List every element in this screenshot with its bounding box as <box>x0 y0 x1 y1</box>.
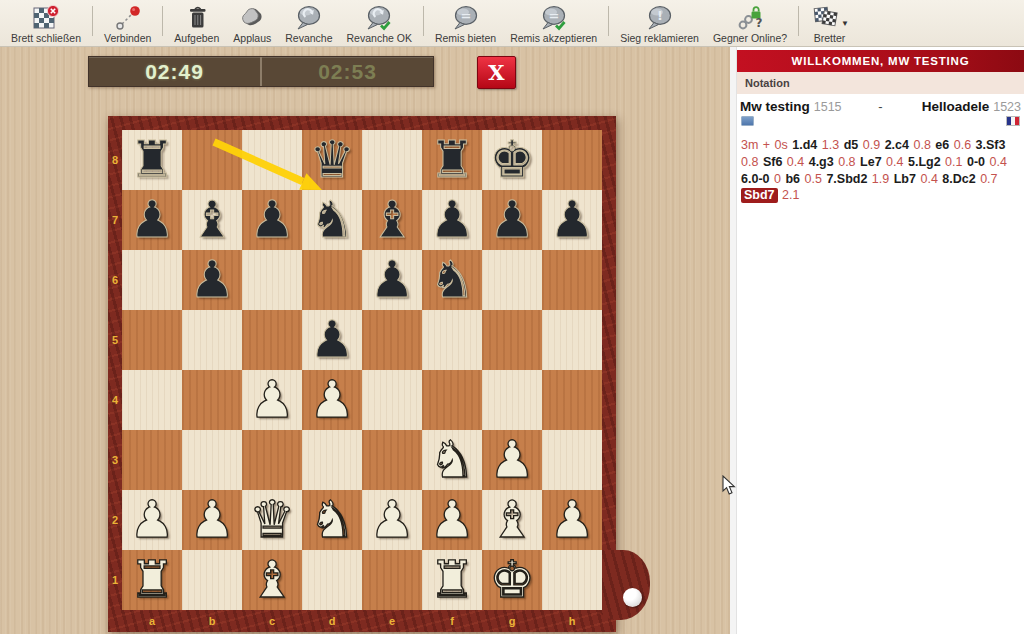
toolbar-button-applaus[interactable]: Applaus <box>226 2 278 45</box>
piece-black-knight-f6[interactable]: ♞ <box>429 250 475 310</box>
square-g8[interactable]: ♚ <box>482 130 542 190</box>
square-c6[interactable] <box>242 250 302 310</box>
toolbar-button-aufgeben[interactable]: Aufgeben <box>167 2 226 45</box>
blue-flag-icon <box>741 116 754 126</box>
toolbar-button-brett-schliessen[interactable]: Brett schließen <box>4 2 88 45</box>
square-g3[interactable]: ♟ <box>482 430 542 490</box>
move-token[interactable]: 0-0 <box>967 155 985 169</box>
square-h3[interactable] <box>542 430 602 490</box>
piece-black-rook-a8[interactable]: ♜ <box>129 130 175 190</box>
piece-white-pawn-e2[interactable]: ♟ <box>369 490 415 550</box>
square-h1[interactable] <box>542 550 602 610</box>
black-clock: 02:53 <box>262 57 433 86</box>
move-token[interactable]: e6 <box>935 138 949 152</box>
move-token[interactable]: 3.Sf3 <box>976 138 1006 152</box>
square-f8[interactable]: ♜ <box>422 130 482 190</box>
square-g7[interactable]: ♟ <box>482 190 542 250</box>
square-g1[interactable]: ♚ <box>482 550 542 610</box>
toolbar-button-label: Applaus <box>233 32 271 44</box>
board-resize-handle[interactable] <box>623 588 642 607</box>
piece-white-king-g1[interactable]: ♚ <box>489 550 535 610</box>
notation-panel: WILLKOMMEN, MW TESTING Notation - Mw tes… <box>737 47 1024 634</box>
file-label-f: f <box>422 610 482 632</box>
move-token[interactable]: 6.0-0 <box>741 172 770 186</box>
square-f2[interactable]: ♟ <box>422 490 482 550</box>
rank-label-3: 3 <box>108 430 122 490</box>
move-time: 2.1 <box>782 188 799 202</box>
toolbar-button-label: Remis bieten <box>435 32 496 44</box>
toolbar: Brett schließen Verbinden Aufgeben Appla… <box>0 0 1024 47</box>
file-label-c: c <box>242 610 302 632</box>
toolbar-button-label: Gegner Online? <box>713 32 787 44</box>
piece-black-pawn-g7[interactable]: ♟ <box>489 190 535 250</box>
piece-white-pawn-g3[interactable]: ♟ <box>489 430 535 490</box>
board-squares: ♜♛♜♚♟♝♟♞♝♟♟♟♟♟♞♟♟♟♞♟♟♟♛♞♟♟♝♟♜♝♜♚ <box>122 130 602 610</box>
toolbar-button-remis-bieten[interactable]: =Remis bieten <box>428 2 503 45</box>
bretter-icon: ▼ <box>810 3 849 32</box>
rank-label-2: 2 <box>108 490 122 550</box>
current-move[interactable]: Sbd7 <box>741 188 778 203</box>
white-clock: 02:49 <box>89 57 260 86</box>
square-h2[interactable]: ♟ <box>542 490 602 550</box>
toolbar-button-label: Verbinden <box>104 32 151 44</box>
piece-black-pawn-f7[interactable]: ♟ <box>429 190 475 250</box>
square-c3[interactable] <box>242 430 302 490</box>
square-h5[interactable] <box>542 310 602 370</box>
piece-white-knight-d2[interactable]: ♞ <box>309 490 355 550</box>
piece-white-pawn-b2[interactable]: ♟ <box>189 490 235 550</box>
move-time: 0.4 <box>787 155 804 169</box>
piece-black-queen-d8[interactable]: ♛ <box>309 130 355 190</box>
move-token[interactable]: Le7 <box>860 155 882 169</box>
square-d3[interactable] <box>302 430 362 490</box>
square-b3[interactable] <box>182 430 242 490</box>
move-time: 0.4 <box>886 155 903 169</box>
sieg-reklamieren-icon: ! <box>645 3 675 32</box>
gegner-online-icon: ? <box>735 3 765 32</box>
move-time: 0.6 <box>954 138 971 152</box>
move-time: 0 <box>774 172 781 186</box>
toolbar-button-revanche-ok[interactable]: Revanche OK <box>340 2 419 45</box>
square-a8[interactable]: ♜ <box>122 130 182 190</box>
toolbar-button-remis-akzeptieren[interactable]: =Remis akzeptieren <box>503 2 604 45</box>
toolbar-separator <box>92 6 93 36</box>
square-e6[interactable]: ♟ <box>362 250 422 310</box>
square-b8[interactable] <box>182 130 242 190</box>
square-h7[interactable]: ♟ <box>542 190 602 250</box>
square-g4[interactable] <box>482 370 542 430</box>
piece-black-pawn-d5[interactable]: ♟ <box>309 310 355 370</box>
move-time: 0.4 <box>990 155 1007 169</box>
square-c4[interactable]: ♟ <box>242 370 302 430</box>
piece-black-pawn-b6[interactable]: ♟ <box>189 250 235 310</box>
file-label-h: h <box>542 610 602 632</box>
square-h4[interactable] <box>542 370 602 430</box>
move-list: 3m + 0s 1.d4 1.3 d5 0.9 2.c4 0.8 e6 0.6 … <box>737 128 1024 204</box>
square-f5[interactable] <box>422 310 482 370</box>
move-token[interactable]: 5.Lg2 <box>908 155 941 169</box>
toolbar-button-label: Aufgeben <box>174 32 219 44</box>
move-time: 1.9 <box>872 172 889 186</box>
piece-white-pawn-h2[interactable]: ♟ <box>549 490 595 550</box>
svg-text:?: ? <box>756 16 763 30</box>
piece-black-pawn-h7[interactable]: ♟ <box>549 190 595 250</box>
move-time: 1.3 <box>822 138 839 152</box>
square-h6[interactable] <box>542 250 602 310</box>
file-labels: abcdefgh <box>122 610 602 632</box>
square-a6[interactable] <box>122 250 182 310</box>
square-b2[interactable]: ♟ <box>182 490 242 550</box>
chess-board: 87654321 abcdefgh ♜♛♜♚♟♝♟♞♝♟♟♟♟♟♞♟♟♟♞♟♟♟… <box>108 116 616 632</box>
application-window: Brett schließen Verbinden Aufgeben Appla… <box>0 0 1024 634</box>
square-a2[interactable]: ♟ <box>122 490 182 550</box>
tab-notation[interactable]: Notation <box>737 72 1024 95</box>
piece-black-bishop-e7[interactable]: ♝ <box>369 190 415 250</box>
square-d5[interactable]: ♟ <box>302 310 362 370</box>
time-control: 3m + 0s <box>741 138 788 152</box>
rank-label-8: 8 <box>108 130 122 190</box>
piece-black-rook-f8[interactable]: ♜ <box>429 130 475 190</box>
move-token[interactable]: d5 <box>844 138 859 152</box>
square-c2[interactable]: ♛ <box>242 490 302 550</box>
close-board-button[interactable]: X <box>477 56 516 89</box>
aufgeben-icon <box>182 3 212 32</box>
piece-white-bishop-g2[interactable]: ♝ <box>489 490 535 550</box>
rank-label-6: 6 <box>108 250 122 310</box>
square-e4[interactable] <box>362 370 422 430</box>
revanche-icon <box>294 3 324 32</box>
move-token[interactable]: Lb7 <box>894 172 916 186</box>
piece-white-queen-c2[interactable]: ♛ <box>249 490 295 550</box>
piece-white-pawn-a2[interactable]: ♟ <box>129 490 175 550</box>
square-a7[interactable]: ♟ <box>122 190 182 250</box>
brett-schliessen-icon <box>31 3 61 32</box>
file-label-a: a <box>122 610 182 632</box>
toolbar-button-label: Brett schließen <box>11 32 81 44</box>
piece-black-pawn-c7[interactable]: ♟ <box>249 190 295 250</box>
square-c1[interactable]: ♝ <box>242 550 302 610</box>
rank-label-1: 1 <box>108 550 122 610</box>
square-a3[interactable] <box>122 430 182 490</box>
toolbar-button-sieg-reklamieren[interactable]: !Sieg reklamieren <box>613 2 706 45</box>
square-b4[interactable] <box>182 370 242 430</box>
move-token[interactable]: 7.Sbd2 <box>826 172 867 186</box>
move-time: 0.4 <box>920 172 937 186</box>
toolbar-button-label: Bretter <box>814 32 846 44</box>
square-f1[interactable]: ♜ <box>422 550 482 610</box>
move-time: 0.8 <box>741 155 758 169</box>
france-flag-icon <box>1006 116 1020 126</box>
square-c7[interactable]: ♟ <box>242 190 302 250</box>
toolbar-separator <box>162 6 163 36</box>
piece-black-pawn-e6[interactable]: ♟ <box>369 250 415 310</box>
toolbar-button-verbinden[interactable]: Verbinden <box>97 2 158 45</box>
remis-akzeptieren-icon: = <box>539 3 569 32</box>
revanche-ok-icon <box>364 3 394 32</box>
move-token[interactable]: b6 <box>785 172 800 186</box>
move-time: 0.8 <box>838 155 855 169</box>
remis-bieten-icon: = <box>451 3 481 32</box>
square-b6[interactable]: ♟ <box>182 250 242 310</box>
rank-label-5: 5 <box>108 310 122 370</box>
square-a5[interactable] <box>122 310 182 370</box>
game-area-background: 02:49 02:53 X 87654321 abcdefgh ♜♛♜♚♟♝♟♞… <box>0 47 730 634</box>
rank-label-4: 4 <box>108 370 122 430</box>
square-b7[interactable]: ♝ <box>182 190 242 250</box>
square-e3[interactable] <box>362 430 422 490</box>
piece-black-knight-d7[interactable]: ♞ <box>309 190 355 250</box>
piece-black-pawn-a7[interactable]: ♟ <box>129 190 175 250</box>
square-c8[interactable] <box>242 130 302 190</box>
square-e7[interactable]: ♝ <box>362 190 422 250</box>
file-label-g: g <box>482 610 542 632</box>
move-time: 0.7 <box>980 172 997 186</box>
move-token[interactable]: 1.d4 <box>792 138 817 152</box>
square-a1[interactable]: ♜ <box>122 550 182 610</box>
square-f4[interactable] <box>422 370 482 430</box>
square-c5[interactable] <box>242 310 302 370</box>
piece-white-pawn-d4[interactable]: ♟ <box>309 370 355 430</box>
square-e1[interactable] <box>362 550 422 610</box>
toolbar-separator <box>423 6 424 36</box>
clock-bar: 02:49 02:53 <box>88 56 434 87</box>
svg-text:=: = <box>548 8 559 23</box>
file-label-e: e <box>362 610 422 632</box>
square-f3[interactable]: ♞ <box>422 430 482 490</box>
square-g2[interactable]: ♝ <box>482 490 542 550</box>
square-a4[interactable] <box>122 370 182 430</box>
square-b5[interactable] <box>182 310 242 370</box>
panel-divider <box>730 47 737 634</box>
toolbar-button-label: Sieg reklamieren <box>620 32 699 44</box>
toolbar-button-gegner-online[interactable]: ?Gegner Online? <box>706 2 794 45</box>
square-f6[interactable]: ♞ <box>422 250 482 310</box>
toolbar-separator <box>798 6 799 36</box>
square-d6[interactable] <box>302 250 362 310</box>
toolbar-separator <box>608 6 609 36</box>
piece-white-rook-f1[interactable]: ♜ <box>429 550 475 610</box>
applaus-icon <box>237 3 267 32</box>
square-d8[interactable]: ♛ <box>302 130 362 190</box>
svg-text:!: ! <box>657 8 663 23</box>
piece-white-pawn-f2[interactable]: ♟ <box>429 490 475 550</box>
toolbar-button-label: Revanche <box>285 32 332 44</box>
piece-white-rook-a1[interactable]: ♜ <box>129 550 175 610</box>
welcome-header: WILLKOMMEN, MW TESTING <box>737 50 1024 72</box>
move-time: 0.1 <box>945 155 962 169</box>
piece-black-bishop-b7[interactable]: ♝ <box>189 190 235 250</box>
toolbar-button-bretter[interactable]: ▼Bretter <box>803 2 856 45</box>
square-e8[interactable] <box>362 130 422 190</box>
toolbar-button-label: Remis akzeptieren <box>510 32 597 44</box>
rank-label-7: 7 <box>108 190 122 250</box>
toolbar-button-revanche[interactable]: Revanche <box>278 2 339 45</box>
verbinden-icon <box>113 3 143 32</box>
square-g6[interactable] <box>482 250 542 310</box>
square-h8[interactable] <box>542 130 602 190</box>
toolbar-button-label: Revanche OK <box>347 32 412 44</box>
players-row: - Mw testing1515 Helloadele1523 <box>737 95 1024 128</box>
move-token[interactable]: Sf6 <box>763 155 782 169</box>
move-time: 0.9 <box>863 138 880 152</box>
piece-white-knight-f3[interactable]: ♞ <box>429 430 475 490</box>
square-d7[interactable]: ♞ <box>302 190 362 250</box>
square-f7[interactable]: ♟ <box>422 190 482 250</box>
piece-white-bishop-c1[interactable]: ♝ <box>249 550 295 610</box>
move-token[interactable]: 4.g3 <box>809 155 834 169</box>
square-e5[interactable] <box>362 310 422 370</box>
move-time: 0.8 <box>913 138 930 152</box>
square-b1[interactable] <box>182 550 242 610</box>
rank-labels: 87654321 <box>108 130 122 610</box>
piece-black-king-g8[interactable]: ♚ <box>489 130 535 190</box>
piece-white-pawn-c4[interactable]: ♟ <box>249 370 295 430</box>
file-label-d: d <box>302 610 362 632</box>
square-g5[interactable] <box>482 310 542 370</box>
square-d1[interactable] <box>302 550 362 610</box>
square-d2[interactable]: ♞ <box>302 490 362 550</box>
chevron-down-icon: ▼ <box>841 19 849 28</box>
players-separator: - <box>737 99 1024 114</box>
svg-text:=: = <box>460 8 471 23</box>
move-time: 0.5 <box>805 172 822 186</box>
move-token[interactable]: 2.c4 <box>885 138 909 152</box>
file-label-b: b <box>182 610 242 632</box>
square-d4[interactable]: ♟ <box>302 370 362 430</box>
square-e2[interactable]: ♟ <box>362 490 422 550</box>
move-token[interactable]: 8.Dc2 <box>942 172 975 186</box>
